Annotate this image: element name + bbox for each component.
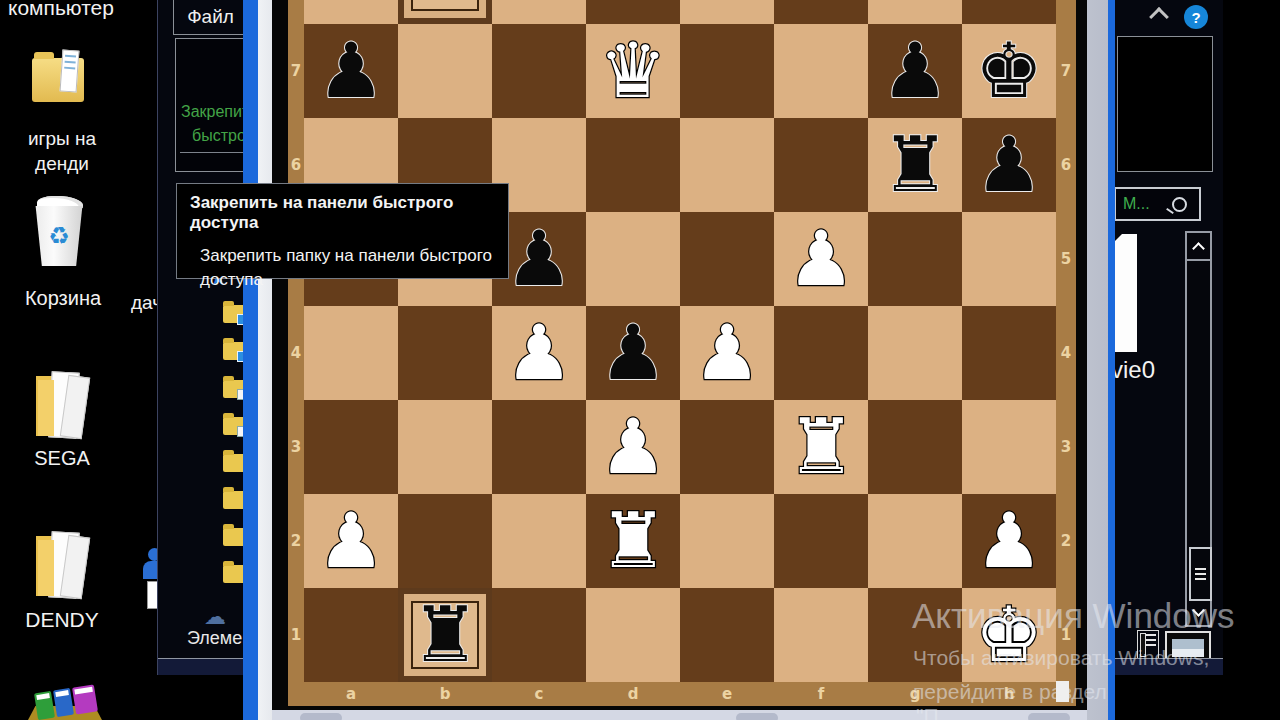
rank-label-right-7: 7 xyxy=(1056,24,1076,118)
square-e7[interactable] xyxy=(680,24,774,118)
chess-window-bottom-bar xyxy=(272,710,1087,720)
rank-label-left-1: 1 xyxy=(288,588,304,682)
rank-label-left-3: 3 xyxy=(288,400,304,494)
winrar-book-blue xyxy=(53,688,74,717)
square-g7[interactable]: ♟ xyxy=(868,24,962,118)
piece-white-pawn[interactable]: ♟ xyxy=(599,409,667,485)
bottom-bar-button[interactable] xyxy=(1028,713,1070,720)
square-g4[interactable] xyxy=(868,306,962,400)
search-box[interactable]: M... xyxy=(1114,187,1201,221)
chess-board: ♟♛♟♚♜♟♟♟♟♟♟♟♜♟♜♟♜♚ xyxy=(304,0,1056,682)
scroll-up-button[interactable] xyxy=(1187,233,1210,261)
square-d3[interactable]: ♟ xyxy=(586,400,680,494)
piece-black-pawn[interactable]: ♟ xyxy=(881,33,949,109)
bottom-bar-button[interactable] xyxy=(736,713,778,720)
desktop-icon-label-dendy[interactable]: DENDY xyxy=(24,608,100,632)
square-b8[interactable] xyxy=(398,0,492,24)
square-a7[interactable]: ♟ xyxy=(304,24,398,118)
file-label-f: f xyxy=(774,682,868,706)
rank-label-right-6: 6 xyxy=(1056,118,1076,212)
square-h3[interactable] xyxy=(962,400,1056,494)
square-a3[interactable] xyxy=(304,400,398,494)
file-label-a: a xyxy=(304,682,398,706)
piece-black-king[interactable]: ♚ xyxy=(975,33,1043,109)
file-label-d: d xyxy=(586,682,680,706)
piece-white-pawn[interactable]: ♟ xyxy=(787,221,855,297)
tooltip-body-line2: доступа xyxy=(200,270,263,289)
piece-white-pawn[interactable]: ♟ xyxy=(693,315,761,391)
menu-separator xyxy=(180,152,248,153)
piece-black-pawn[interactable]: ♟ xyxy=(505,221,573,297)
folder-front xyxy=(38,380,54,436)
square-h8[interactable] xyxy=(962,0,1056,24)
menu-file[interactable]: Файл xyxy=(173,0,248,35)
piece-black-pawn[interactable]: ♟ xyxy=(599,315,667,391)
context-menu-panel: Закрепить быстро xyxy=(175,38,249,172)
square-f6[interactable] xyxy=(774,118,868,212)
square-e8[interactable] xyxy=(680,0,774,24)
rank-label-left-4: 4 xyxy=(288,306,304,400)
square-c3[interactable] xyxy=(492,400,586,494)
square-e5[interactable] xyxy=(680,212,774,306)
onedrive-cloud-icon[interactable]: ☁ xyxy=(204,604,226,629)
square-b2[interactable] xyxy=(398,494,492,588)
activation-watermark-title: Активация Windows xyxy=(912,596,1235,636)
winrar-icon[interactable] xyxy=(28,686,102,720)
square-e4[interactable]: ♟ xyxy=(680,306,774,400)
square-g6[interactable]: ♜ xyxy=(868,118,962,212)
recycle-bin-icon[interactable]: ♻ xyxy=(33,206,85,266)
desktop-icon-label-dendy-games[interactable]: игры на денди xyxy=(10,126,114,176)
square-g8[interactable] xyxy=(868,0,962,24)
vertical-scrollbar[interactable] xyxy=(1185,231,1212,627)
piece-black-pawn[interactable]: ♟ xyxy=(975,127,1043,203)
activation-watermark-line2: Чтобы активировать Windows, xyxy=(913,646,1209,670)
file-item-label[interactable]: vie0 xyxy=(1111,356,1155,384)
square-f4[interactable] xyxy=(774,306,868,400)
rank-label-left-2: 2 xyxy=(288,494,304,588)
square-d1[interactable] xyxy=(586,588,680,682)
desktop-icon-label-computer[interactable]: компьютер xyxy=(8,0,114,20)
file-label-e: e xyxy=(680,682,774,706)
folder-document xyxy=(60,49,80,92)
piece-white-pawn[interactable]: ♟ xyxy=(505,315,573,391)
piece-black-rook[interactable]: ♜ xyxy=(881,127,949,203)
square-a8[interactable] xyxy=(304,0,398,24)
piece-white-pawn[interactable]: ♟ xyxy=(317,503,385,579)
square-h5[interactable] xyxy=(962,212,1056,306)
square-b7[interactable] xyxy=(398,24,492,118)
piece-white-rook[interactable]: ♜ xyxy=(599,503,667,579)
square-g3[interactable] xyxy=(868,400,962,494)
menu-item-pin[interactable]: Закрепить xyxy=(181,101,249,123)
square-d6[interactable] xyxy=(586,118,680,212)
square-e1[interactable] xyxy=(680,588,774,682)
square-e3[interactable] xyxy=(680,400,774,494)
rank-label-right-3: 3 xyxy=(1056,400,1076,494)
square-a4[interactable] xyxy=(304,306,398,400)
square-h4[interactable] xyxy=(962,306,1056,400)
dendy-games-folder-icon[interactable] xyxy=(32,58,84,102)
activation-watermark-line3: перейдите в раздел xyxy=(913,680,1107,704)
square-b1[interactable]: ♜ xyxy=(398,588,492,682)
winrar-book-green xyxy=(34,691,55,720)
square-f8[interactable] xyxy=(774,0,868,24)
desktop-icon-label-recycle-bin[interactable]: Корзина xyxy=(18,287,108,310)
square-d5[interactable] xyxy=(586,212,680,306)
square-c4[interactable]: ♟ xyxy=(492,306,586,400)
ribbon-collapsed-panel xyxy=(1117,36,1213,172)
sega-folder-icon[interactable] xyxy=(36,370,88,444)
square-b4[interactable] xyxy=(398,306,492,400)
rank-label-right-8: 8 xyxy=(1056,0,1076,24)
square-f7[interactable] xyxy=(774,24,868,118)
file-label-c: c xyxy=(492,682,586,706)
square-a2[interactable]: ♟ xyxy=(304,494,398,588)
square-h2[interactable]: ♟ xyxy=(962,494,1056,588)
square-f3[interactable]: ♜ xyxy=(774,400,868,494)
piece-white-rook[interactable]: ♜ xyxy=(787,409,855,485)
recycle-symbol-icon: ♻ xyxy=(48,222,70,250)
square-c7[interactable] xyxy=(492,24,586,118)
piece-white-queen[interactable]: ♛ xyxy=(599,33,667,109)
square-e6[interactable] xyxy=(680,118,774,212)
square-d8[interactable] xyxy=(586,0,680,24)
tooltip-body-line1: Закрепить папку на панели быстрого xyxy=(200,246,492,265)
square-d2[interactable]: ♜ xyxy=(586,494,680,588)
rank-label-right-5: 5 xyxy=(1056,212,1076,306)
piece-white-pawn[interactable]: ♟ xyxy=(975,503,1043,579)
square-b3[interactable] xyxy=(398,400,492,494)
square-d7[interactable]: ♛ xyxy=(586,24,680,118)
bottom-bar-button[interactable] xyxy=(300,713,342,720)
desktop-icon-label-sega[interactable]: SEGA xyxy=(30,447,94,470)
square-c1[interactable] xyxy=(492,588,586,682)
dendy-folder-icon[interactable] xyxy=(36,530,88,604)
rank-label-right-2: 2 xyxy=(1056,494,1076,588)
square-g5[interactable] xyxy=(868,212,962,306)
search-input[interactable]: M... xyxy=(1123,195,1172,213)
search-magnifier-icon xyxy=(1172,197,1187,212)
square-c2[interactable] xyxy=(492,494,586,588)
file-label-b: b xyxy=(398,682,492,706)
white-box xyxy=(1056,681,1069,702)
square-g2[interactable] xyxy=(868,494,962,588)
activation-watermark-line4: "П xyxy=(916,704,939,720)
winrar-book-purple xyxy=(72,684,98,714)
square-a1[interactable] xyxy=(304,588,398,682)
scrollbar-thumb[interactable] xyxy=(1189,547,1212,601)
tree-footer-label[interactable]: Элемен xyxy=(187,628,247,649)
file-thumbnail[interactable] xyxy=(1113,234,1137,352)
tooltip-title: Закрепить на панели быстрого доступа xyxy=(190,193,508,233)
square-f5[interactable]: ♟ xyxy=(774,212,868,306)
square-h6[interactable]: ♟ xyxy=(962,118,1056,212)
square-d4[interactable]: ♟ xyxy=(586,306,680,400)
rank-label-right-4: 4 xyxy=(1056,306,1076,400)
folder-front xyxy=(38,540,54,596)
folder-tab xyxy=(34,52,54,59)
square-h7[interactable]: ♚ xyxy=(962,24,1056,118)
piece-black-rook[interactable]: ♜ xyxy=(411,597,479,673)
rank-label-left-8: 8 xyxy=(288,0,304,24)
square-c8[interactable] xyxy=(492,0,586,24)
square-e2[interactable] xyxy=(680,494,774,588)
square-f1[interactable] xyxy=(774,588,868,682)
square-f2[interactable] xyxy=(774,494,868,588)
collapse-ribbon-chevron-icon[interactable] xyxy=(1149,7,1169,27)
piece-black-pawn[interactable]: ♟ xyxy=(317,33,385,109)
rank-label-left-7: 7 xyxy=(288,24,304,118)
help-button[interactable]: ? xyxy=(1184,5,1208,29)
menu-item-pin-line2[interactable]: быстро xyxy=(192,125,246,147)
quick-access-tooltip: Закрепить на панели быстрого доступа Зак… xyxy=(176,183,509,279)
